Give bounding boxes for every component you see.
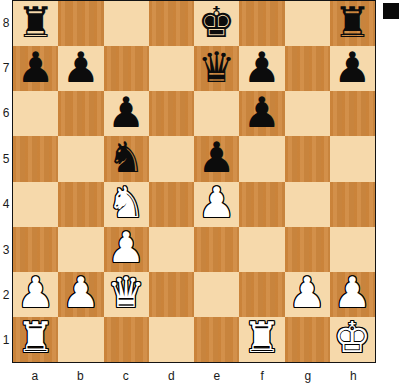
square-c6[interactable]: ♟ <box>104 91 149 136</box>
square-d5[interactable] <box>149 136 194 181</box>
square-d3[interactable] <box>149 227 194 272</box>
square-e7[interactable]: ♛ <box>194 46 239 91</box>
file-label-a: a <box>12 363 58 387</box>
piece-black-knight[interactable]: ♞ <box>107 137 145 179</box>
square-b5[interactable] <box>58 136 103 181</box>
square-e3[interactable] <box>194 227 239 272</box>
piece-black-pawn[interactable]: ♟ <box>62 47 100 89</box>
square-d8[interactable] <box>149 1 194 46</box>
piece-black-pawn[interactable]: ♟ <box>107 92 145 134</box>
square-e1[interactable] <box>194 317 239 362</box>
square-a5[interactable] <box>13 136 58 181</box>
rank-label-5: 5 <box>0 136 12 181</box>
piece-white-queen[interactable]: ♛ <box>107 272 145 314</box>
square-c4[interactable]: ♞ <box>104 182 149 227</box>
file-label-b: b <box>58 363 104 387</box>
square-c7[interactable] <box>104 46 149 91</box>
piece-white-pawn[interactable]: ♟ <box>334 272 372 314</box>
square-h8[interactable]: ♜ <box>330 1 375 46</box>
rank-label-7: 7 <box>0 45 12 90</box>
square-h3[interactable] <box>330 227 375 272</box>
square-f8[interactable] <box>239 1 284 46</box>
square-e4[interactable]: ♟ <box>194 182 239 227</box>
square-f1[interactable]: ♜ <box>239 317 284 362</box>
square-b2[interactable]: ♟ <box>58 272 103 317</box>
square-g8[interactable] <box>285 1 330 46</box>
side-to-move-indicator-black <box>383 3 399 19</box>
file-label-f: f <box>240 363 286 387</box>
square-g7[interactable] <box>285 46 330 91</box>
square-c5[interactable]: ♞ <box>104 136 149 181</box>
square-e2[interactable] <box>194 272 239 317</box>
rank-label-3: 3 <box>0 227 12 272</box>
square-b4[interactable] <box>58 182 103 227</box>
square-c8[interactable] <box>104 1 149 46</box>
file-labels: abcdefgh <box>12 363 376 387</box>
piece-white-pawn[interactable]: ♟ <box>288 272 326 314</box>
square-b8[interactable] <box>58 1 103 46</box>
square-a6[interactable] <box>13 91 58 136</box>
piece-black-king[interactable]: ♚ <box>198 2 236 44</box>
square-a3[interactable] <box>13 227 58 272</box>
rank-label-4: 4 <box>0 182 12 227</box>
rank-label-6: 6 <box>0 91 12 136</box>
file-label-e: e <box>194 363 240 387</box>
piece-white-knight[interactable]: ♞ <box>107 182 145 224</box>
square-h2[interactable]: ♟ <box>330 272 375 317</box>
square-e5[interactable]: ♟ <box>194 136 239 181</box>
file-label-g: g <box>285 363 331 387</box>
square-d2[interactable] <box>149 272 194 317</box>
piece-black-pawn[interactable]: ♟ <box>243 47 281 89</box>
square-b1[interactable] <box>58 317 103 362</box>
square-g4[interactable] <box>285 182 330 227</box>
square-b7[interactable]: ♟ <box>58 46 103 91</box>
piece-white-pawn[interactable]: ♟ <box>198 182 236 224</box>
square-b6[interactable] <box>58 91 103 136</box>
square-c1[interactable] <box>104 317 149 362</box>
square-a2[interactable]: ♟ <box>13 272 58 317</box>
piece-black-queen[interactable]: ♛ <box>198 47 236 89</box>
square-a8[interactable]: ♜ <box>13 1 58 46</box>
file-label-h: h <box>331 363 377 387</box>
rank-label-2: 2 <box>0 272 12 317</box>
square-a1[interactable]: ♜ <box>13 317 58 362</box>
square-f5[interactable] <box>239 136 284 181</box>
square-h5[interactable] <box>330 136 375 181</box>
rank-labels: 87654321 <box>0 0 12 363</box>
square-a7[interactable]: ♟ <box>13 46 58 91</box>
square-h1[interactable]: ♚ <box>330 317 375 362</box>
square-b3[interactable] <box>58 227 103 272</box>
square-d7[interactable] <box>149 46 194 91</box>
square-h7[interactable]: ♟ <box>330 46 375 91</box>
square-h6[interactable] <box>330 91 375 136</box>
file-label-d: d <box>149 363 195 387</box>
piece-white-rook[interactable]: ♜ <box>243 317 281 359</box>
piece-white-pawn[interactable]: ♟ <box>62 272 100 314</box>
square-g2[interactable]: ♟ <box>285 272 330 317</box>
rank-label-8: 8 <box>0 0 12 45</box>
chess-position-screenshot: 87654321 ♜♚♜♟♟♛♟♟♟♟♞♟♞♟♟♟♟♛♟♟♜♜♚ abcdefg… <box>0 0 400 387</box>
square-g5[interactable] <box>285 136 330 181</box>
square-e8[interactable]: ♚ <box>194 1 239 46</box>
file-label-c: c <box>103 363 149 387</box>
piece-black-rook[interactable]: ♜ <box>17 2 55 44</box>
square-d6[interactable] <box>149 91 194 136</box>
piece-white-pawn[interactable]: ♟ <box>17 272 55 314</box>
piece-black-pawn[interactable]: ♟ <box>334 47 372 89</box>
square-h4[interactable] <box>330 182 375 227</box>
square-g6[interactable] <box>285 91 330 136</box>
square-d4[interactable] <box>149 182 194 227</box>
square-c3[interactable]: ♟ <box>104 227 149 272</box>
square-f7[interactable]: ♟ <box>239 46 284 91</box>
square-g1[interactable] <box>285 317 330 362</box>
square-c2[interactable]: ♛ <box>104 272 149 317</box>
square-f3[interactable] <box>239 227 284 272</box>
square-f4[interactable] <box>239 182 284 227</box>
chess-board[interactable]: ♜♚♜♟♟♛♟♟♟♟♞♟♞♟♟♟♟♛♟♟♜♜♚ <box>12 0 376 363</box>
piece-white-king[interactable]: ♚ <box>334 317 372 359</box>
square-a4[interactable] <box>13 182 58 227</box>
square-d1[interactable] <box>149 317 194 362</box>
piece-black-pawn[interactable]: ♟ <box>243 92 281 134</box>
piece-white-pawn[interactable]: ♟ <box>107 227 145 269</box>
square-e6[interactable] <box>194 91 239 136</box>
piece-black-pawn[interactable]: ♟ <box>17 47 55 89</box>
square-f6[interactable]: ♟ <box>239 91 284 136</box>
square-f2[interactable] <box>239 272 284 317</box>
piece-black-pawn[interactable]: ♟ <box>198 137 236 179</box>
square-g3[interactable] <box>285 227 330 272</box>
piece-black-rook[interactable]: ♜ <box>334 2 372 44</box>
rank-label-1: 1 <box>0 318 12 363</box>
piece-white-rook[interactable]: ♜ <box>17 317 55 359</box>
